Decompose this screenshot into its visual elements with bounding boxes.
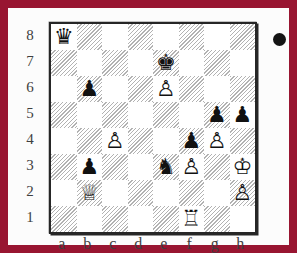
square-g1[interactable]	[204, 206, 230, 232]
black-pawn-f4[interactable]: ♟	[181, 128, 201, 154]
black-to-move-indicator	[273, 33, 286, 46]
square-h4[interactable]	[230, 128, 256, 154]
square-b2[interactable]: ♕	[77, 180, 103, 206]
square-f2[interactable]	[179, 180, 205, 206]
rank-label-2: 2	[20, 178, 40, 204]
square-h7[interactable]	[230, 50, 256, 76]
square-e5[interactable]	[153, 102, 179, 128]
square-a4[interactable]	[51, 128, 77, 154]
square-c5[interactable]	[102, 102, 128, 128]
white-rook-f1[interactable]: ♖	[181, 206, 201, 232]
square-a1[interactable]	[51, 206, 77, 232]
file-label-a: a	[49, 234, 75, 253]
square-g3[interactable]	[204, 154, 230, 180]
rank-label-6: 6	[20, 74, 40, 100]
square-e7[interactable]: ♚	[153, 50, 179, 76]
square-b7[interactable]	[77, 50, 103, 76]
square-g8[interactable]	[204, 24, 230, 50]
square-c2[interactable]	[102, 180, 128, 206]
square-c4[interactable]: ♙	[102, 128, 128, 154]
square-e1[interactable]	[153, 206, 179, 232]
square-b3[interactable]: ♟	[77, 154, 103, 180]
square-e6[interactable]: ♙	[153, 76, 179, 102]
square-f3[interactable]: ♙	[179, 154, 205, 180]
square-e3[interactable]: ♞	[153, 154, 179, 180]
square-h6[interactable]	[230, 76, 256, 102]
square-d8[interactable]	[128, 24, 154, 50]
white-pawn-c4[interactable]: ♙	[105, 128, 125, 154]
square-b5[interactable]	[77, 102, 103, 128]
rank-label-8: 8	[20, 22, 40, 48]
square-f6[interactable]	[179, 76, 205, 102]
rank-label-3: 3	[20, 152, 40, 178]
square-c8[interactable]	[102, 24, 128, 50]
square-g7[interactable]	[204, 50, 230, 76]
rank-label-5: 5	[20, 100, 40, 126]
black-pawn-b6[interactable]: ♟	[79, 76, 99, 102]
black-pawn-b3[interactable]: ♟	[79, 154, 99, 180]
square-h1[interactable]	[230, 206, 256, 232]
chess-board: ♛♚♟♙♟♟♙♟♙♟♞♙♔♕♙♖	[49, 22, 257, 234]
rank-label-4: 4	[20, 126, 40, 152]
white-pawn-e6[interactable]: ♙	[156, 76, 176, 102]
black-pawn-h5[interactable]: ♟	[232, 102, 252, 128]
square-g4[interactable]: ♙	[204, 128, 230, 154]
diagram-frame: 87654321 ♛♚♟♙♟♟♙♟♙♟♞♙♔♕♙♖ abcdefgh	[0, 0, 297, 253]
square-d1[interactable]	[128, 206, 154, 232]
file-label-c: c	[100, 234, 126, 253]
square-a3[interactable]	[51, 154, 77, 180]
file-label-h: h	[228, 234, 254, 253]
black-queen-a8[interactable]: ♛	[54, 24, 74, 50]
square-f4[interactable]: ♟	[179, 128, 205, 154]
rank-label-1: 1	[20, 204, 40, 230]
square-f5[interactable]	[179, 102, 205, 128]
white-pawn-g4[interactable]: ♙	[207, 128, 227, 154]
square-a5[interactable]	[51, 102, 77, 128]
square-c7[interactable]	[102, 50, 128, 76]
black-pawn-g5[interactable]: ♟	[207, 102, 227, 128]
file-labels: abcdefgh	[49, 234, 253, 253]
square-e8[interactable]	[153, 24, 179, 50]
square-f1[interactable]: ♖	[179, 206, 205, 232]
square-d7[interactable]	[128, 50, 154, 76]
square-d2[interactable]	[128, 180, 154, 206]
square-h2[interactable]: ♙	[230, 180, 256, 206]
square-b4[interactable]	[77, 128, 103, 154]
square-f7[interactable]	[179, 50, 205, 76]
square-a7[interactable]	[51, 50, 77, 76]
square-g2[interactable]	[204, 180, 230, 206]
file-label-b: b	[75, 234, 101, 253]
white-queen-b2[interactable]: ♕	[79, 180, 99, 206]
square-a8[interactable]: ♛	[51, 24, 77, 50]
square-c6[interactable]	[102, 76, 128, 102]
square-e2[interactable]	[153, 180, 179, 206]
square-a2[interactable]	[51, 180, 77, 206]
square-c1[interactable]	[102, 206, 128, 232]
rank-labels: 87654321	[20, 22, 40, 230]
square-d5[interactable]	[128, 102, 154, 128]
file-label-d: d	[126, 234, 152, 253]
white-king-h3[interactable]: ♔	[232, 154, 252, 180]
file-label-g: g	[202, 234, 228, 253]
square-d4[interactable]	[128, 128, 154, 154]
square-f8[interactable]	[179, 24, 205, 50]
square-h3[interactable]: ♔	[230, 154, 256, 180]
square-b8[interactable]	[77, 24, 103, 50]
black-king-e7[interactable]: ♚	[156, 50, 176, 76]
square-g5[interactable]: ♟	[204, 102, 230, 128]
square-e4[interactable]	[153, 128, 179, 154]
rank-label-7: 7	[20, 48, 40, 74]
file-label-f: f	[177, 234, 203, 253]
square-h8[interactable]	[230, 24, 256, 50]
square-b6[interactable]: ♟	[77, 76, 103, 102]
square-g6[interactable]	[204, 76, 230, 102]
square-c3[interactable]	[102, 154, 128, 180]
white-pawn-h2[interactable]: ♙	[232, 180, 252, 206]
square-h5[interactable]: ♟	[230, 102, 256, 128]
black-knight-e3[interactable]: ♞	[156, 154, 176, 180]
file-label-e: e	[151, 234, 177, 253]
square-d6[interactable]	[128, 76, 154, 102]
white-pawn-f3[interactable]: ♙	[181, 154, 201, 180]
square-d3[interactable]	[128, 154, 154, 180]
square-b1[interactable]	[77, 206, 103, 232]
square-a6[interactable]	[51, 76, 77, 102]
diagram-panel: 87654321 ♛♚♟♙♟♟♙♟♙♟♞♙♔♕♙♖ abcdefgh	[8, 8, 289, 245]
